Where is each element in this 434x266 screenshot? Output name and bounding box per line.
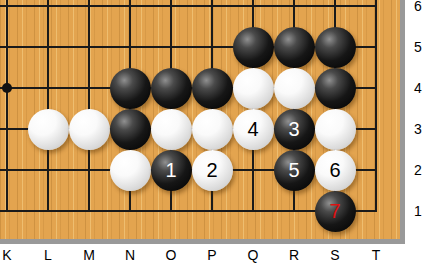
grid-line-horizontal — [0, 87, 377, 89]
grid-line-vertical — [375, 0, 377, 212]
star-point-K4 — [2, 83, 12, 93]
go-board: 4312567 — [0, 0, 405, 244]
coord-label-4: 4 — [407, 81, 429, 96]
go-diagram: 4312567 KLMNOPQRST 654321 — [0, 0, 434, 266]
coord-label-P: P — [201, 247, 223, 263]
grid-line-horizontal — [0, 46, 377, 48]
coord-label-2: 2 — [407, 163, 429, 178]
coord-label-5: 5 — [407, 40, 429, 55]
coord-label-1: 1 — [407, 204, 429, 219]
coord-label-R: R — [283, 247, 305, 263]
coord-label-6: 6 — [407, 0, 429, 14]
grid-line-vertical — [170, 0, 172, 212]
grid-line-horizontal — [0, 169, 377, 171]
grid-line-vertical — [88, 0, 90, 212]
grid-line-vertical — [293, 0, 295, 212]
coord-label-S: S — [324, 247, 346, 263]
coord-label-N: N — [119, 247, 141, 263]
coord-label-M: M — [78, 247, 100, 263]
grid-line-vertical — [129, 0, 131, 212]
coord-label-K: K — [0, 247, 18, 263]
grid-line-horizontal — [0, 210, 377, 212]
grid-line-vertical — [334, 0, 336, 212]
stones-grid: 4312567 — [0, 0, 397, 232]
coord-label-O: O — [160, 247, 182, 263]
grid-line-vertical — [6, 0, 8, 212]
grid-line-vertical — [211, 0, 213, 212]
grid-line-vertical — [252, 0, 254, 212]
grid-line-horizontal — [0, 5, 377, 7]
grid-line-horizontal — [0, 128, 377, 130]
grid-line-vertical — [47, 0, 49, 212]
coord-label-Q: Q — [242, 247, 264, 263]
coord-label-L: L — [37, 247, 59, 263]
coord-label-3: 3 — [407, 122, 429, 137]
coord-label-T: T — [365, 247, 387, 263]
